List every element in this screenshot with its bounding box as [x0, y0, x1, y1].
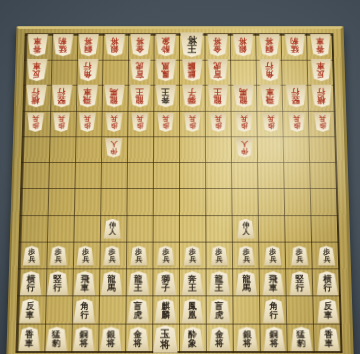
piece-pawn[interactable]: 歩兵	[236, 112, 253, 131]
piece-vertical-mover[interactable]: 竪行	[51, 85, 72, 108]
square-r11c3[interactable]: 角行	[70, 297, 98, 325]
square-r11c10[interactable]: 角行	[260, 297, 288, 325]
piece-rook[interactable]: 飛車	[259, 85, 280, 108]
square-r6c6[interactable]	[153, 162, 179, 189]
square-r8c3[interactable]	[72, 215, 99, 242]
square-r11c2[interactable]	[43, 297, 71, 325]
square-r8c5[interactable]	[126, 215, 153, 242]
piece-drunk-elephant[interactable]: 酔象	[156, 34, 177, 56]
piece-rook[interactable]: 飛車	[77, 85, 98, 108]
piece-blind-tiger[interactable]: 盲虎	[130, 59, 151, 81]
square-r2c2[interactable]	[49, 58, 75, 83]
square-r8c8[interactable]	[206, 215, 233, 242]
square-r3c9[interactable]: 龍馬	[231, 84, 257, 110]
piece-pawn[interactable]: 歩兵	[314, 112, 332, 131]
square-r1c9[interactable]: 銀将	[230, 33, 256, 58]
square-r11c6[interactable]: 麒麟	[152, 297, 179, 325]
square-r10c11[interactable]: 竪行	[286, 270, 314, 298]
square-r12c7[interactable]: 酔象	[179, 325, 206, 353]
square-r12c6[interactable]: 玉将	[152, 325, 179, 353]
piece-king[interactable]: 王将	[180, 33, 204, 58]
square-r12c4[interactable]: 銀将	[97, 325, 125, 353]
square-r2c12[interactable]: 反車	[308, 58, 335, 83]
piece-copper-general[interactable]: 銅将	[78, 34, 99, 56]
piece-copper-general[interactable]: 銅将	[263, 327, 285, 352]
piece-drunk-elephant[interactable]: 酔象	[182, 327, 204, 352]
piece-lion[interactable]: 獅子	[182, 85, 203, 108]
square-r9c2[interactable]: 歩兵	[45, 242, 72, 269]
square-r5c11[interactable]	[284, 136, 311, 162]
piece-side-mover[interactable]: 横行	[316, 271, 338, 295]
square-r9c10[interactable]: 歩兵	[259, 242, 286, 269]
piece-silver-general[interactable]: 銀将	[236, 327, 258, 352]
square-r7c2[interactable]	[46, 188, 73, 215]
square-r12c12[interactable]: 香車	[315, 325, 343, 353]
square-r3c6[interactable]: 奔王	[153, 84, 179, 110]
square-r8c7[interactable]	[179, 215, 206, 242]
square-r2c3[interactable]: 角行	[75, 58, 101, 83]
square-r7c4[interactable]	[99, 188, 126, 215]
piece-rook[interactable]: 飛車	[74, 271, 96, 295]
square-r9c3[interactable]: 歩兵	[72, 242, 99, 269]
square-r3c5[interactable]: 龍王	[127, 84, 153, 110]
piece-ferocious-leopard[interactable]: 猛豹	[284, 34, 305, 56]
square-r12c1[interactable]: 香車	[15, 325, 43, 353]
piece-pawn[interactable]: 歩兵	[157, 246, 175, 266]
square-r5c12[interactable]	[310, 136, 337, 162]
piece-pawn[interactable]: 歩兵	[262, 112, 280, 131]
piece-dragon-king[interactable]: 龍王	[208, 271, 230, 295]
square-r12c2[interactable]: 猛豹	[43, 325, 71, 353]
square-r4c10[interactable]: 歩兵	[257, 110, 284, 136]
square-r4c9[interactable]: 歩兵	[231, 110, 257, 136]
piece-pawn[interactable]: 歩兵	[26, 112, 44, 131]
square-r1c4[interactable]: 銀将	[102, 33, 128, 58]
square-r1c2[interactable]: 猛豹	[50, 33, 76, 58]
square-r4c7[interactable]: 歩兵	[179, 110, 205, 136]
square-r3c7[interactable]: 獅子	[179, 84, 205, 110]
piece-dragon-king[interactable]: 龍王	[129, 85, 150, 108]
square-r6c5[interactable]	[126, 162, 153, 189]
piece-silver-general[interactable]: 銀将	[100, 327, 122, 352]
piece-pawn[interactable]: 歩兵	[131, 112, 148, 131]
piece-pawn[interactable]: 歩兵	[210, 112, 227, 131]
piece-blind-tiger[interactable]: 盲虎	[209, 299, 231, 323]
piece-side-mover[interactable]: 横行	[311, 85, 333, 108]
square-r2c1[interactable]: 反車	[23, 58, 50, 83]
square-r6c12[interactable]	[311, 162, 338, 189]
piece-free-king[interactable]: 奔王	[182, 271, 204, 295]
square-r6c8[interactable]	[205, 162, 232, 189]
square-r7c1[interactable]	[19, 188, 46, 215]
piece-pawn[interactable]: 歩兵	[23, 246, 41, 266]
square-r5c4[interactable]: 仲人	[100, 136, 127, 162]
piece-gold-general[interactable]: 金将	[127, 327, 149, 352]
square-r11c8[interactable]: 盲虎	[206, 297, 233, 325]
square-r7c9[interactable]	[232, 188, 259, 215]
square-r12c11[interactable]: 猛豹	[288, 325, 316, 353]
square-r8c1[interactable]	[19, 215, 46, 242]
square-r9c9[interactable]: 歩兵	[232, 242, 259, 269]
square-r5c5[interactable]	[126, 136, 152, 162]
square-r8c10[interactable]	[259, 215, 286, 242]
square-r10c3[interactable]: 飛車	[71, 270, 98, 298]
piece-pawn[interactable]: 歩兵	[184, 246, 202, 266]
piece-copper-general[interactable]: 銅将	[73, 327, 95, 352]
piece-pawn[interactable]: 歩兵	[237, 246, 255, 266]
square-r11c1[interactable]: 反車	[16, 297, 44, 325]
piece-lance[interactable]: 香車	[310, 34, 331, 56]
square-r1c10[interactable]: 銅将	[256, 33, 282, 58]
piece-side-mover[interactable]: 横行	[25, 85, 47, 108]
piece-rook[interactable]: 飛車	[262, 271, 284, 295]
piece-vertical-mover[interactable]: 竪行	[47, 271, 69, 295]
square-r1c1[interactable]: 香車	[24, 33, 50, 58]
square-r5c1[interactable]	[21, 136, 48, 162]
square-r11c7[interactable]: 鳳凰	[179, 297, 206, 325]
square-r12c5[interactable]: 金将	[124, 325, 151, 353]
square-r5c2[interactable]	[47, 136, 74, 162]
square-r4c6[interactable]: 歩兵	[153, 110, 179, 136]
square-r4c1[interactable]: 歩兵	[22, 110, 49, 136]
piece-pawn[interactable]: 歩兵	[291, 246, 309, 266]
square-r7c5[interactable]	[126, 188, 153, 215]
square-r10c12[interactable]: 横行	[313, 270, 341, 298]
piece-free-king[interactable]: 奔王	[156, 85, 177, 108]
photo-backdrop: 香車猛豹銅将銀将金将酔象王将金将銀将銅将猛豹香車反車角行盲虎鳳凰麒麟盲虎角行反車…	[0, 0, 360, 354]
square-r11c11[interactable]	[287, 297, 315, 325]
square-r8c9[interactable]: 仲人	[232, 215, 259, 242]
square-r3c1[interactable]: 横行	[23, 84, 50, 110]
piece-go-between[interactable]: 仲人	[237, 219, 255, 239]
square-r4c11[interactable]: 歩兵	[283, 110, 310, 136]
square-r10c9[interactable]: 龍馬	[233, 270, 260, 298]
piece-lance[interactable]: 香車	[317, 327, 340, 352]
square-r3c10[interactable]: 飛車	[257, 84, 283, 110]
square-r6c1[interactable]	[20, 162, 47, 189]
square-r2c10[interactable]: 角行	[257, 58, 283, 83]
piece-silver-general[interactable]: 銀将	[233, 34, 254, 56]
square-r9c5[interactable]: 歩兵	[125, 242, 152, 269]
square-r2c8[interactable]: 盲虎	[205, 58, 231, 83]
square-r9c6[interactable]: 歩兵	[152, 242, 179, 269]
square-r7c7[interactable]	[179, 188, 206, 215]
square-r7c10[interactable]	[258, 188, 285, 215]
piece-dragon-horse[interactable]: 龍馬	[103, 85, 124, 108]
square-r8c12[interactable]	[312, 215, 339, 242]
piece-bishop[interactable]: 角行	[259, 59, 280, 81]
piece-vertical-mover[interactable]: 竪行	[289, 271, 311, 295]
piece-silver-general[interactable]: 銀将	[104, 34, 125, 56]
piece-vertical-mover[interactable]: 竪行	[285, 85, 306, 108]
piece-gold-general[interactable]: 金将	[207, 34, 228, 56]
piece-blind-tiger[interactable]: 盲虎	[207, 59, 228, 81]
piece-lance[interactable]: 香車	[27, 34, 48, 56]
square-r10c10[interactable]: 飛車	[260, 270, 287, 298]
square-r11c5[interactable]: 盲虎	[125, 297, 152, 325]
square-r7c3[interactable]	[73, 188, 100, 215]
square-r9c8[interactable]: 歩兵	[206, 242, 233, 269]
square-r2c5[interactable]: 盲虎	[127, 58, 153, 83]
square-r8c2[interactable]	[45, 215, 72, 242]
square-r5c10[interactable]	[258, 136, 285, 162]
square-r6c2[interactable]	[47, 162, 74, 189]
square-r5c6[interactable]	[153, 136, 179, 162]
piece-pawn[interactable]: 歩兵	[105, 112, 122, 131]
square-r10c5[interactable]: 龍王	[125, 270, 152, 298]
square-r1c7[interactable]: 王将	[179, 33, 205, 58]
square-r6c9[interactable]	[232, 162, 259, 189]
square-r2c4[interactable]	[101, 58, 127, 83]
square-r7c11[interactable]	[285, 188, 312, 215]
square-r4c4[interactable]: 歩兵	[100, 110, 126, 136]
piece-go-between[interactable]: 仲人	[103, 219, 121, 239]
piece-dragon-horse[interactable]: 龍馬	[101, 271, 123, 295]
piece-pawn[interactable]: 歩兵	[79, 112, 97, 131]
square-r4c3[interactable]: 歩兵	[74, 110, 101, 136]
square-r12c8[interactable]: 金将	[206, 325, 233, 353]
piece-reverse-chariot[interactable]: 反車	[26, 59, 47, 81]
square-r9c1[interactable]: 歩兵	[18, 242, 46, 269]
piece-go-between[interactable]: 仲人	[105, 138, 123, 157]
square-r8c6[interactable]	[152, 215, 179, 242]
square-r1c6[interactable]: 酔象	[153, 33, 179, 58]
square-r3c11[interactable]: 竪行	[283, 84, 310, 110]
square-r4c5[interactable]: 歩兵	[127, 110, 153, 136]
piece-pawn[interactable]: 歩兵	[130, 246, 148, 266]
square-r3c12[interactable]: 横行	[309, 84, 336, 110]
piece-pawn[interactable]: 歩兵	[317, 246, 335, 266]
piece-phoenix[interactable]: 鳳凰	[182, 299, 204, 323]
square-r8c4[interactable]: 仲人	[99, 215, 126, 242]
square-r12c10[interactable]: 銅将	[260, 325, 288, 353]
square-r1c12[interactable]: 香車	[308, 33, 334, 58]
square-r10c8[interactable]: 龍王	[206, 270, 233, 298]
square-r3c8[interactable]: 龍王	[205, 84, 231, 110]
square-r6c4[interactable]	[100, 162, 127, 189]
board-perspective: 香車猛豹銅将銀将金将酔象王将金将銀将銅将猛豹香車反車角行盲虎鳳凰麒麟盲虎角行反車…	[6, 26, 354, 354]
piece-go-between[interactable]: 仲人	[236, 138, 254, 157]
square-r1c11[interactable]: 猛豹	[282, 33, 308, 58]
piece-bishop[interactable]: 角行	[73, 299, 95, 323]
square-r1c8[interactable]: 金将	[205, 33, 231, 58]
square-r10c2[interactable]: 竪行	[44, 270, 72, 298]
piece-pawn[interactable]: 歩兵	[76, 246, 94, 266]
piece-reverse-chariot[interactable]: 反車	[317, 299, 339, 323]
square-r2c11[interactable]	[282, 58, 308, 83]
square-r9c12[interactable]: 歩兵	[313, 242, 341, 269]
piece-kirin[interactable]: 麒麟	[155, 299, 177, 323]
square-r11c4[interactable]	[98, 297, 125, 325]
board-grid: 香車猛豹銅将銀将金将酔象王将金将銀将銅将猛豹香車反車角行盲虎鳳凰麒麟盲虎角行反車…	[15, 33, 342, 353]
piece-bishop[interactable]: 角行	[78, 59, 99, 81]
square-r3c4[interactable]: 龍馬	[101, 84, 127, 110]
square-r5c9[interactable]: 仲人	[231, 136, 258, 162]
piece-side-mover[interactable]: 横行	[20, 271, 42, 295]
piece-dragon-horse[interactable]: 龍馬	[234, 85, 255, 108]
square-r10c1[interactable]: 横行	[17, 270, 45, 298]
square-r4c8[interactable]: 歩兵	[205, 110, 231, 136]
piece-pawn[interactable]: 歩兵	[49, 246, 67, 266]
square-r10c4[interactable]: 龍馬	[98, 270, 125, 298]
square-r5c7[interactable]	[179, 136, 205, 162]
piece-pawn[interactable]: 歩兵	[157, 112, 174, 131]
piece-reverse-chariot[interactable]: 反車	[311, 59, 332, 81]
square-r8c11[interactable]	[285, 215, 312, 242]
piece-copper-general[interactable]: 銅将	[259, 34, 280, 56]
square-r7c6[interactable]	[152, 188, 179, 215]
square-r5c8[interactable]	[205, 136, 231, 162]
square-r2c7[interactable]: 麒麟	[179, 58, 205, 83]
piece-pawn[interactable]: 歩兵	[183, 112, 200, 131]
piece-kirin[interactable]: 麒麟	[182, 59, 203, 81]
square-r10c7[interactable]: 奔王	[179, 270, 206, 298]
piece-jeweled-king[interactable]: 玉将	[153, 325, 178, 353]
square-r4c2[interactable]: 歩兵	[48, 110, 75, 136]
piece-lion[interactable]: 獅子	[155, 271, 177, 295]
square-r11c12[interactable]: 反車	[314, 297, 342, 325]
square-r6c11[interactable]	[284, 162, 311, 189]
piece-pawn[interactable]: 歩兵	[210, 246, 228, 266]
piece-ferocious-leopard[interactable]: 猛豹	[45, 327, 67, 352]
square-r7c12[interactable]	[311, 188, 338, 215]
piece-pawn[interactable]: 歩兵	[288, 112, 306, 131]
piece-bishop[interactable]: 角行	[263, 299, 285, 323]
piece-gold-general[interactable]: 金将	[209, 327, 231, 352]
square-r5c3[interactable]	[74, 136, 101, 162]
piece-pawn[interactable]: 歩兵	[264, 246, 282, 266]
piece-gold-general[interactable]: 金将	[130, 34, 151, 56]
piece-ferocious-leopard[interactable]: 猛豹	[52, 34, 73, 56]
square-r11c9[interactable]	[233, 297, 260, 325]
piece-dragon-king[interactable]: 龍王	[128, 271, 150, 295]
square-r6c3[interactable]	[73, 162, 100, 189]
piece-ferocious-leopard[interactable]: 猛豹	[290, 327, 312, 352]
square-r1c3[interactable]: 銅将	[76, 33, 102, 58]
square-r6c7[interactable]	[179, 162, 205, 189]
square-r1c5[interactable]: 金将	[127, 33, 153, 58]
square-r4c12[interactable]: 歩兵	[309, 110, 336, 136]
piece-blind-tiger[interactable]: 盲虎	[127, 299, 149, 323]
square-r12c3[interactable]: 銅将	[70, 325, 98, 353]
shogi-board: 香車猛豹銅将銀将金将酔象王将金将銀将銅将猛豹香車反車角行盲虎鳳凰麒麟盲虎角行反車…	[6, 26, 354, 354]
square-r3c2[interactable]: 竪行	[49, 84, 76, 110]
square-r10c6[interactable]: 獅子	[152, 270, 179, 298]
piece-pawn[interactable]: 歩兵	[103, 246, 121, 266]
square-r9c4[interactable]: 歩兵	[98, 242, 125, 269]
square-r12c9[interactable]: 銀将	[233, 325, 261, 353]
piece-pawn[interactable]: 歩兵	[53, 112, 71, 131]
piece-dragon-horse[interactable]: 龍馬	[235, 271, 257, 295]
square-r3c3[interactable]: 飛車	[75, 84, 101, 110]
piece-reverse-chariot[interactable]: 反車	[19, 299, 41, 323]
square-r7c8[interactable]	[205, 188, 232, 215]
square-r2c6[interactable]: 鳳凰	[153, 58, 179, 83]
piece-phoenix[interactable]: 鳳凰	[156, 59, 177, 81]
square-r9c7[interactable]: 歩兵	[179, 242, 206, 269]
square-r9c11[interactable]: 歩兵	[286, 242, 313, 269]
square-r2c9[interactable]	[231, 58, 257, 83]
piece-lance[interactable]: 香車	[18, 327, 41, 352]
square-r6c10[interactable]	[258, 162, 285, 189]
piece-dragon-king[interactable]: 龍王	[208, 85, 229, 108]
